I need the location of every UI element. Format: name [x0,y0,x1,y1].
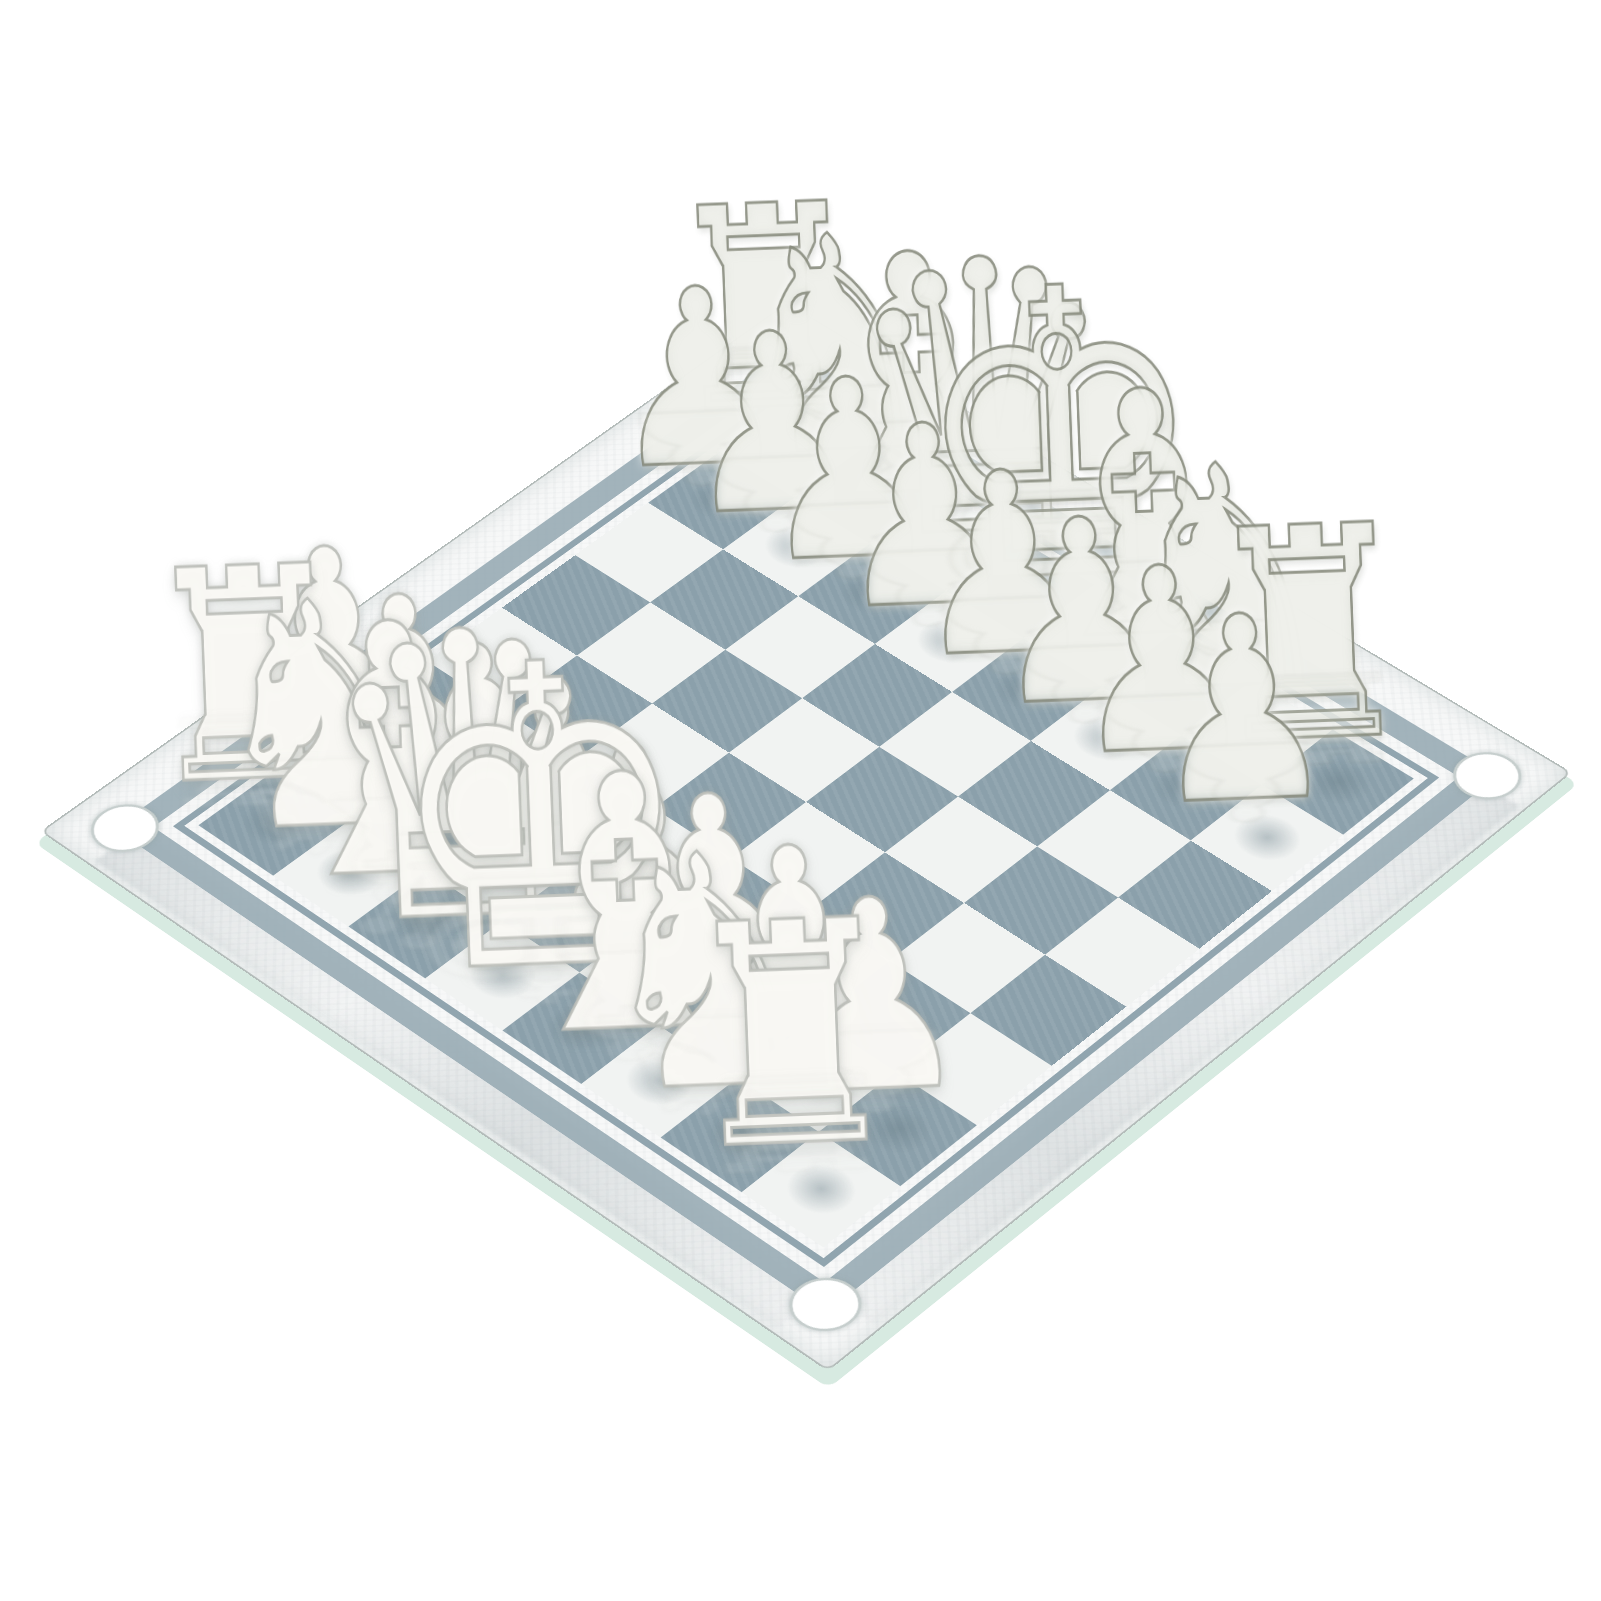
chess-board: ♜♞♝♛♚♝♞♜♟♟♟♟♟♟♟♟♟♟♟♟♟♟♟♟♜♞♝♛♚♝♞♜ [198,401,1413,1248]
piece-black-pawn[interactable]: ♟ [1145,580,1341,841]
glass-board-plate: ♜♞♝♛♚♝♞♜♟♟♟♟♟♟♟♟♟♟♟♟♟♟♟♟♜♞♝♛♚♝♞♜ [40,303,1572,1372]
piece-white-rook[interactable]: ♜ [674,879,910,1193]
product-photo-scene: Glass chess set in starting position on … [0,0,1601,1601]
camera-roll-wrapper: ♜♞♝♛♚♝♞♜♟♟♟♟♟♟♟♟♟♟♟♟♟♟♟♟♜♞♝♛♚♝♞♜ [0,0,1601,1601]
